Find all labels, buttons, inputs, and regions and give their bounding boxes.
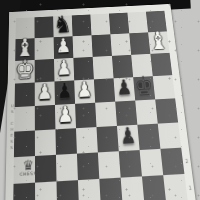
square-h6: [150, 53, 172, 76]
square-e4: [95, 102, 117, 127]
square-b5: [35, 81, 55, 106]
square-f3: [117, 125, 140, 151]
square-g8: [127, 12, 148, 34]
square-b6: [35, 59, 55, 83]
square-a8: [16, 17, 35, 39]
square-b3: [35, 129, 56, 156]
square-d7: [73, 35, 93, 58]
square-g7: [129, 32, 150, 54]
square-e2: [98, 151, 121, 179]
photo-stage: 21 US CHESS ♛ CHESS ♞♟♝♝♚♟♟♟♟♟♚♟♟: [0, 0, 200, 200]
square-d1: [78, 179, 101, 200]
board-surface: 21 US CHESS ♛ CHESS ♞♟♝♝♚♟♟♟♟♟♚♟♟: [5, 4, 197, 200]
logo-text: CHESS: [11, 171, 46, 178]
rank-label-2: 2: [182, 157, 190, 164]
square-c6: [54, 58, 74, 82]
square-d5: [74, 79, 95, 103]
square-g4: [135, 99, 158, 124]
square-f8: [109, 13, 129, 35]
square-c3: [55, 128, 76, 155]
square-f5: [114, 77, 136, 101]
square-e8: [90, 14, 110, 36]
square-d6: [73, 57, 94, 81]
square-a5: [15, 83, 35, 108]
square-e1: [99, 178, 122, 200]
square-e6: [93, 56, 114, 79]
square-b4: [35, 105, 56, 131]
square-h2: [160, 148, 184, 175]
square-c4: [55, 104, 76, 130]
square-g2: [140, 149, 164, 177]
square-c5: [54, 80, 75, 105]
square-a4: [14, 106, 35, 132]
square-c8: [53, 15, 72, 37]
square-h5: [153, 75, 175, 99]
rank-label-1: 1: [186, 184, 195, 191]
square-b8: [35, 16, 54, 38]
square-a6: [15, 60, 35, 84]
square-g5: [133, 76, 155, 100]
square-d8: [72, 14, 92, 36]
square-a3: [14, 131, 35, 158]
square-e3: [96, 126, 118, 153]
square-h3: [158, 122, 181, 148]
square-f7: [110, 33, 131, 56]
square-h7: [148, 31, 169, 53]
square-f6: [112, 55, 133, 78]
square-h4: [155, 98, 178, 123]
square-c2: [56, 154, 78, 182]
square-a7: [15, 38, 34, 61]
square-h8: [146, 11, 167, 33]
square-f2: [119, 150, 142, 178]
square-g1: [142, 175, 166, 200]
square-g6: [131, 54, 153, 77]
square-f1: [121, 176, 145, 200]
square-e5: [94, 78, 115, 102]
square-c1: [57, 180, 79, 200]
square-h1: [163, 174, 188, 200]
square-d2: [77, 152, 99, 180]
board-brand-text: US CHESS: [6, 99, 14, 155]
square-e7: [91, 34, 111, 57]
square-b7: [35, 37, 54, 60]
board-corner-logo: ♛ CHESS: [10, 158, 45, 194]
square-d4: [75, 103, 96, 128]
square-f4: [115, 101, 137, 126]
square-c7: [54, 36, 74, 59]
square-d3: [76, 127, 98, 154]
square-g3: [137, 124, 160, 150]
chess-board: 21 US CHESS ♛ CHESS ♞♟♝♝♚♟♟♟♟♟♚♟♟: [5, 4, 197, 200]
